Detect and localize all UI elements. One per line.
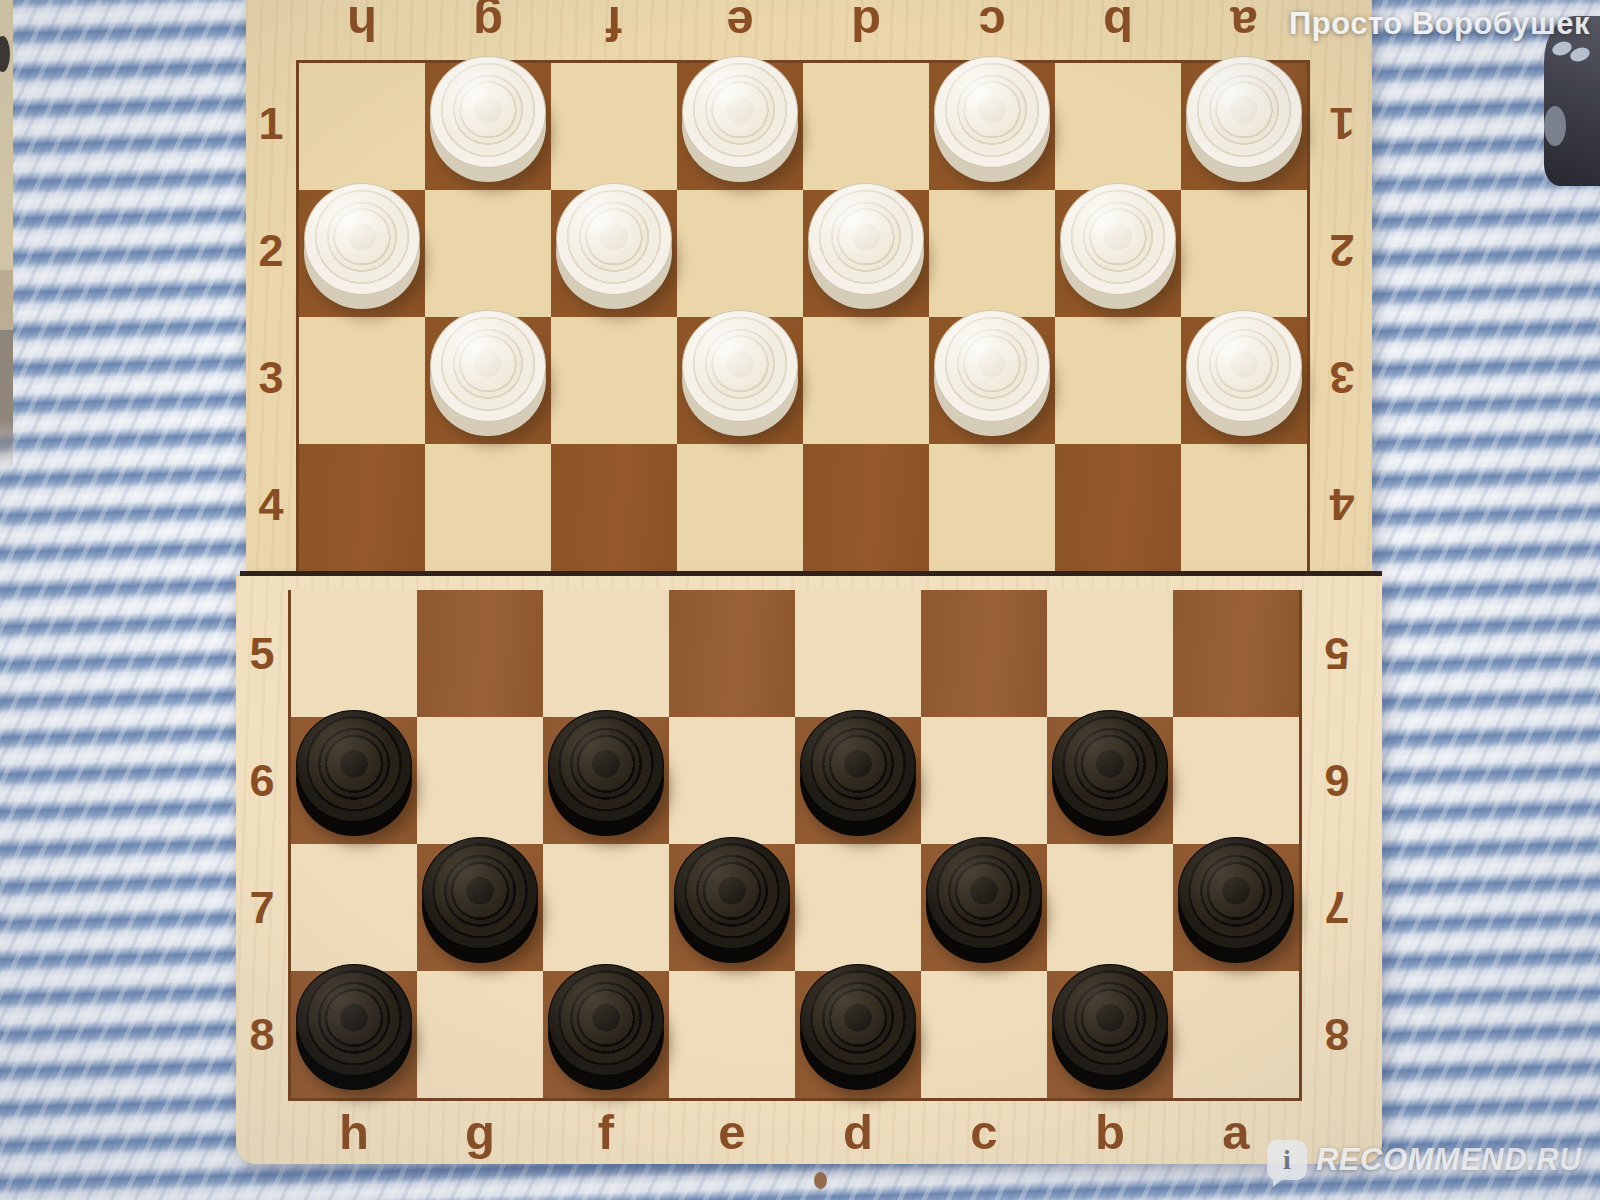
file-label-top-h: h	[299, 0, 425, 52]
file-label-top-g: g	[425, 0, 551, 52]
checker-black-e7[interactable]	[674, 837, 790, 965]
checker-black-h8[interactable]	[296, 964, 412, 1092]
playing-grid-rows-5-8	[288, 590, 1302, 1101]
foreign-object-left-edge	[0, 0, 13, 470]
checker-face	[800, 710, 916, 822]
square-c4[interactable]	[929, 444, 1055, 571]
square-c5[interactable]	[921, 590, 1047, 717]
rank-label-right-2: 2	[1313, 187, 1371, 314]
square-e8[interactable]	[669, 971, 795, 1098]
square-a8[interactable]	[1173, 971, 1299, 1098]
square-h1[interactable]	[299, 63, 425, 190]
checker-face	[1060, 183, 1176, 295]
file-label-bottom-h: h	[291, 1104, 417, 1160]
file-label-top-d: d	[803, 0, 929, 52]
checker-black-h6[interactable]	[296, 710, 412, 838]
rank-labels-left-bottom: 5678	[236, 590, 288, 1098]
checker-face	[422, 837, 538, 949]
checker-white-g3[interactable]	[430, 310, 546, 438]
square-f5[interactable]	[543, 590, 669, 717]
checker-black-g7[interactable]	[422, 837, 538, 965]
checkers-board: hgfedcba 1234 1234 5678 5678 hgfedcba	[236, 0, 1384, 1164]
file-label-bottom-b: b	[1047, 1104, 1173, 1160]
square-b4[interactable]	[1055, 444, 1181, 571]
checker-face	[682, 310, 798, 422]
checker-face	[926, 837, 1042, 949]
checker-face	[556, 183, 672, 295]
checker-white-a1[interactable]	[1186, 56, 1302, 184]
checker-white-b2[interactable]	[1060, 183, 1176, 311]
square-g2[interactable]	[425, 190, 551, 317]
checker-face	[934, 56, 1050, 168]
rank-label-right-6: 6	[1304, 717, 1370, 844]
watermark-recommend-label: RECOMMEND.RU	[1316, 1142, 1582, 1178]
file-labels-top: hgfedcba	[299, 0, 1307, 52]
checker-face	[682, 56, 798, 168]
square-f3[interactable]	[551, 317, 677, 444]
wood-knot-mark	[814, 1172, 827, 1189]
checker-black-f6[interactable]	[548, 710, 664, 838]
checker-face	[430, 56, 546, 168]
file-label-top-b: b	[1055, 0, 1181, 52]
checker-black-f8[interactable]	[548, 964, 664, 1092]
checker-face	[548, 964, 664, 1076]
square-b1[interactable]	[1055, 63, 1181, 190]
square-b7[interactable]	[1047, 844, 1173, 971]
square-h7[interactable]	[291, 844, 417, 971]
rank-label-left-5: 5	[236, 590, 288, 717]
rank-label-right-4: 4	[1313, 441, 1371, 568]
file-label-bottom-e: e	[669, 1104, 795, 1160]
file-label-top-e: e	[677, 0, 803, 52]
watermark-top-right: Просто Воробушек	[1289, 6, 1590, 42]
rank-labels-right-bottom: 5678	[1304, 590, 1370, 1098]
watermark-recommend: i RECOMMEND.RU	[1267, 1140, 1582, 1180]
square-g6[interactable]	[417, 717, 543, 844]
rank-label-left-7: 7	[236, 844, 288, 971]
square-d5[interactable]	[795, 590, 921, 717]
square-d3[interactable]	[803, 317, 929, 444]
rank-label-right-5: 5	[1304, 590, 1370, 717]
file-label-top-f: f	[551, 0, 677, 52]
checker-face	[548, 710, 664, 822]
rank-labels-right-top: 1234	[1313, 60, 1371, 568]
square-a2[interactable]	[1181, 190, 1307, 317]
square-f7[interactable]	[543, 844, 669, 971]
checker-face	[1186, 56, 1302, 168]
checker-face	[304, 183, 420, 295]
checker-white-c3[interactable]	[934, 310, 1050, 438]
square-e6[interactable]	[669, 717, 795, 844]
file-labels-bottom: hgfedcba	[291, 1104, 1299, 1160]
checker-face	[934, 310, 1050, 422]
rank-labels-left-top: 1234	[246, 60, 296, 568]
file-label-bottom-c: c	[921, 1104, 1047, 1160]
foreign-object-knob	[0, 36, 10, 72]
checker-face	[674, 837, 790, 949]
file-label-bottom-g: g	[417, 1104, 543, 1160]
board-bottom-half: 5678 5678 hgfedcba	[236, 576, 1382, 1164]
square-d4[interactable]	[803, 444, 929, 571]
checker-face	[296, 710, 412, 822]
speech-bubble-i-icon: i	[1267, 1140, 1307, 1180]
rank-label-left-8: 8	[236, 971, 288, 1098]
rank-label-left-3: 3	[246, 314, 296, 441]
checker-face	[808, 183, 924, 295]
checker-white-d2[interactable]	[808, 183, 924, 311]
square-e4[interactable]	[677, 444, 803, 571]
checker-face	[1052, 964, 1168, 1076]
square-a6[interactable]	[1173, 717, 1299, 844]
checker-black-c7[interactable]	[926, 837, 1042, 965]
square-d7[interactable]	[795, 844, 921, 971]
file-label-top-c: c	[929, 0, 1055, 52]
rank-label-right-1: 1	[1313, 60, 1371, 187]
scissors-highlight	[1544, 106, 1566, 146]
rank-label-right-8: 8	[1304, 971, 1370, 1098]
checker-face	[1052, 710, 1168, 822]
square-e5[interactable]	[669, 590, 795, 717]
checker-face	[1186, 310, 1302, 422]
square-g8[interactable]	[417, 971, 543, 1098]
square-h5[interactable]	[291, 590, 417, 717]
square-b3[interactable]	[1055, 317, 1181, 444]
checker-black-d6[interactable]	[800, 710, 916, 838]
checker-black-d8[interactable]	[800, 964, 916, 1092]
square-c2[interactable]	[929, 190, 1055, 317]
square-f4[interactable]	[551, 444, 677, 571]
file-label-bottom-f: f	[543, 1104, 669, 1160]
square-h4[interactable]	[299, 444, 425, 571]
checker-white-a3[interactable]	[1186, 310, 1302, 438]
rank-label-left-4: 4	[246, 441, 296, 568]
checker-white-g1[interactable]	[430, 56, 546, 184]
board-top-half: hgfedcba 1234 1234	[246, 0, 1372, 572]
square-e2[interactable]	[677, 190, 803, 317]
square-h3[interactable]	[299, 317, 425, 444]
rank-label-left-2: 2	[246, 187, 296, 314]
file-label-bottom-d: d	[795, 1104, 921, 1160]
square-c6[interactable]	[921, 717, 1047, 844]
rank-label-left-6: 6	[236, 717, 288, 844]
rank-label-left-1: 1	[246, 60, 296, 187]
rank-label-right-7: 7	[1304, 844, 1370, 971]
playing-grid-rows-1-4	[296, 60, 1310, 571]
square-f1[interactable]	[551, 63, 677, 190]
checker-white-h2[interactable]	[304, 183, 420, 311]
square-b5[interactable]	[1047, 590, 1173, 717]
checker-white-f2[interactable]	[556, 183, 672, 311]
square-a4[interactable]	[1181, 444, 1307, 571]
checker-face	[430, 310, 546, 422]
checker-black-a7[interactable]	[1178, 837, 1294, 965]
checker-face	[296, 964, 412, 1076]
rank-label-right-3: 3	[1313, 314, 1371, 441]
checker-black-b8[interactable]	[1052, 964, 1168, 1092]
square-a5[interactable]	[1173, 590, 1299, 717]
photo-scene: hgfedcba 1234 1234 5678 5678 hgfedcba Пр…	[0, 0, 1600, 1200]
scissors-handle-hole	[1568, 45, 1591, 64]
checker-white-c1[interactable]	[934, 56, 1050, 184]
square-c8[interactable]	[921, 971, 1047, 1098]
square-d1[interactable]	[803, 63, 929, 190]
checker-white-e1[interactable]	[682, 56, 798, 184]
checker-face	[800, 964, 916, 1076]
square-g4[interactable]	[425, 444, 551, 571]
checker-face	[1178, 837, 1294, 949]
checker-white-e3[interactable]	[682, 310, 798, 438]
square-g5[interactable]	[417, 590, 543, 717]
checker-black-b6[interactable]	[1052, 710, 1168, 838]
